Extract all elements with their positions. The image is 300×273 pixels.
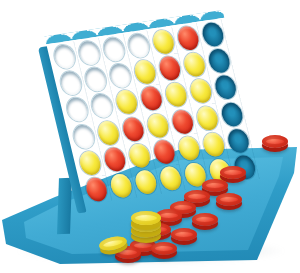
red-disc (157, 55, 182, 81)
yellow-disc (151, 28, 176, 54)
yellow-disc (188, 78, 213, 104)
cell-r5c7 (223, 126, 254, 156)
empty-hole (225, 128, 250, 154)
empty-hole (219, 101, 244, 127)
yellow-disc (201, 131, 226, 157)
empty-hole (77, 39, 102, 65)
tray-yellow-disc-stack-layer (131, 211, 161, 225)
red-disc (121, 116, 146, 142)
yellow-disc (182, 51, 207, 77)
empty-hole (108, 62, 133, 88)
empty-hole (90, 93, 115, 119)
yellow-disc (109, 173, 134, 199)
cell-r4c7 (216, 99, 247, 129)
yellow-disc (114, 89, 139, 115)
tray-red-disc (202, 179, 228, 192)
empty-hole (101, 36, 126, 62)
tray-red-disc (220, 166, 246, 179)
empty-hole (65, 97, 90, 123)
red-disc (175, 25, 200, 51)
tray-red-disc (171, 228, 197, 241)
yellow-disc (158, 166, 183, 192)
yellow-disc (132, 59, 157, 85)
empty-hole (83, 66, 108, 92)
cell-r1c7 (197, 19, 228, 49)
tray-red-disc (216, 193, 242, 206)
yellow-disc (78, 150, 103, 176)
board-leg (57, 178, 72, 234)
empty-hole (59, 70, 84, 96)
cell-r3c7 (210, 72, 241, 102)
yellow-disc (176, 135, 201, 161)
empty-hole (213, 74, 238, 100)
empty-hole (52, 43, 77, 69)
yellow-disc (145, 112, 170, 138)
cell-r2c7 (203, 46, 234, 76)
empty-hole (200, 21, 225, 47)
empty-hole (206, 48, 231, 74)
tray-red-disc (262, 135, 288, 148)
red-disc (102, 146, 127, 172)
connect-four-board (45, 17, 265, 210)
empty-hole (126, 32, 151, 58)
yellow-disc (194, 105, 219, 131)
yellow-disc (127, 143, 152, 169)
photo-scene (0, 0, 300, 273)
red-disc (84, 177, 109, 203)
red-disc (139, 85, 164, 111)
tray-red-disc (151, 242, 177, 255)
yellow-disc (133, 169, 158, 195)
empty-hole (72, 123, 97, 149)
red-disc (152, 139, 177, 165)
yellow-disc (96, 120, 121, 146)
tray-red-disc (192, 213, 218, 226)
red-disc (170, 108, 195, 134)
yellow-disc (163, 82, 188, 108)
